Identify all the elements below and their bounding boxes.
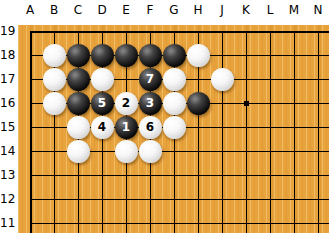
column-label: J xyxy=(220,3,224,17)
go-stone-black-e15[interactable]: 1 xyxy=(115,116,138,139)
go-stone-white-c14[interactable] xyxy=(67,140,90,163)
go-stone-white-g15[interactable] xyxy=(163,116,186,139)
go-stone-white-g17[interactable] xyxy=(163,68,186,91)
column-label: A xyxy=(26,3,34,17)
grid-line-horizontal xyxy=(30,199,329,200)
go-stone-black-h16[interactable] xyxy=(187,92,210,115)
go-stone-black-d16[interactable]: 5 xyxy=(91,92,114,115)
column-label: M xyxy=(289,3,299,17)
grid-line-vertical xyxy=(318,31,319,233)
go-stone-white-c15[interactable] xyxy=(67,116,90,139)
grid-line-vertical xyxy=(222,31,223,233)
go-stone-black-c16[interactable] xyxy=(67,92,90,115)
go-stone-white-j17[interactable] xyxy=(211,68,234,91)
column-label: G xyxy=(169,3,178,17)
row-label: 12 xyxy=(0,191,15,207)
go-stone-white-b17[interactable] xyxy=(43,68,66,91)
go-stone-black-c17[interactable] xyxy=(67,68,90,91)
go-stone-white-e16[interactable]: 2 xyxy=(115,92,138,115)
grid-line-vertical xyxy=(30,31,32,233)
row-label: 16 xyxy=(0,95,15,111)
go-stone-white-h18[interactable] xyxy=(187,44,210,67)
go-stone-white-f14[interactable] xyxy=(139,140,162,163)
column-label: N xyxy=(314,3,323,17)
column-label: K xyxy=(242,3,250,17)
column-label: C xyxy=(74,3,82,17)
go-board[interactable]: 7531246 xyxy=(18,25,329,233)
grid-line-vertical xyxy=(270,31,271,233)
row-label: 18 xyxy=(0,47,15,63)
row-label: 17 xyxy=(0,71,15,87)
go-stone-white-b16[interactable] xyxy=(43,92,66,115)
column-label: H xyxy=(193,3,202,17)
grid-line-horizontal xyxy=(30,175,329,176)
grid-line-horizontal xyxy=(30,31,329,33)
go-board-diagram: ABCDEFGHJKLMN 191817161514131211 7531246 xyxy=(0,0,329,233)
go-stone-black-c18[interactable] xyxy=(67,44,90,67)
row-label: 11 xyxy=(0,215,15,231)
go-stone-black-g18[interactable] xyxy=(163,44,186,67)
go-stone-black-d18[interactable] xyxy=(91,44,114,67)
column-label: D xyxy=(97,3,106,17)
go-stone-black-f16[interactable]: 3 xyxy=(139,92,162,115)
go-stone-white-e14[interactable] xyxy=(115,140,138,163)
column-label: B xyxy=(50,3,58,17)
row-label: 15 xyxy=(0,119,15,135)
grid-line-vertical xyxy=(294,31,295,233)
go-stone-black-e18[interactable] xyxy=(115,44,138,67)
go-stone-white-d17[interactable] xyxy=(91,68,114,91)
go-stone-white-g16[interactable] xyxy=(163,92,186,115)
go-stone-black-f18[interactable] xyxy=(139,44,162,67)
column-label: L xyxy=(267,3,274,17)
row-label: 19 xyxy=(0,23,15,39)
go-stone-black-f17[interactable]: 7 xyxy=(139,68,162,91)
go-stone-white-d15[interactable]: 4 xyxy=(91,116,114,139)
column-label: F xyxy=(147,3,154,17)
grid-line-horizontal xyxy=(30,223,329,224)
row-label: 13 xyxy=(0,167,15,183)
grid-line-vertical xyxy=(246,31,247,233)
go-stone-white-f15[interactable]: 6 xyxy=(139,116,162,139)
column-label: E xyxy=(122,3,130,17)
go-stone-white-b18[interactable] xyxy=(43,44,66,67)
row-label: 14 xyxy=(0,143,15,159)
star-point xyxy=(244,101,249,106)
